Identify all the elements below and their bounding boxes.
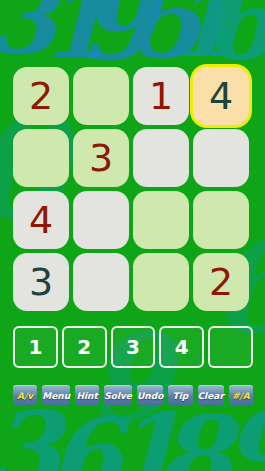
cell-r3c4[interactable] <box>193 191 249 249</box>
cell-r2c3[interactable] <box>133 129 189 187</box>
toggle-number-letter-button[interactable]: #/A <box>229 385 253 405</box>
cell-value: 2 <box>209 260 233 304</box>
cell-r3c2[interactable] <box>73 191 129 249</box>
cell-r4c4[interactable]: 2 <box>193 253 249 311</box>
cell-value: 1 <box>149 74 173 118</box>
background-digit: 1 <box>42 0 108 71</box>
cell-r4c2[interactable] <box>73 253 129 311</box>
cell-r4c1[interactable]: 3 <box>13 253 69 311</box>
cell-value: 4 <box>29 198 53 242</box>
cell-r2c2[interactable]: 3 <box>73 129 129 187</box>
number-keypad: 1 2 3 4 <box>13 326 253 368</box>
cell-value: 4 <box>209 74 233 118</box>
keypad-button-2[interactable]: 2 <box>62 326 107 368</box>
cell-r1c4-selected[interactable]: 4 <box>193 67 249 125</box>
keypad-button-4[interactable]: 4 <box>159 326 204 368</box>
cell-value: 3 <box>89 136 113 180</box>
background-digit: 1 <box>112 400 182 471</box>
clear-button[interactable]: Clear <box>198 385 224 405</box>
hint-button[interactable]: Hint <box>75 385 99 405</box>
cell-r2c4[interactable] <box>193 129 249 187</box>
tip-button[interactable]: Tip <box>168 385 192 405</box>
toggle-av-button[interactable]: A/v <box>13 385 37 405</box>
cell-r1c2[interactable] <box>73 67 129 125</box>
keypad-button-1[interactable]: 1 <box>13 326 58 368</box>
background-digit: 8 <box>155 402 232 471</box>
background-digit: 3 <box>0 398 61 471</box>
menu-button[interactable]: Menu <box>42 385 70 405</box>
background-digit: 9 <box>222 398 265 471</box>
undo-button[interactable]: Undo <box>137 385 163 405</box>
cell-value: 3 <box>29 260 53 304</box>
keypad-button-blank[interactable] <box>208 326 253 368</box>
cell-r3c1[interactable]: 4 <box>13 191 69 249</box>
cell-r1c1[interactable]: 2 <box>13 67 69 125</box>
toolbar: A/v Menu Hint Solve Undo Tip Clear #/A <box>13 385 253 405</box>
background-digit: 6 <box>202 0 265 75</box>
cell-r4c3[interactable] <box>133 253 189 311</box>
cell-r3c3[interactable] <box>133 191 189 249</box>
background-digit: 9 <box>78 0 155 76</box>
background-digit: 1 <box>170 0 234 70</box>
background-digit: 3 <box>0 0 56 67</box>
background-digit: 5 <box>132 0 202 72</box>
keypad-button-3[interactable]: 3 <box>111 326 156 368</box>
sudoku-board: 2 1 4 3 4 3 2 <box>13 67 249 311</box>
cell-r2c1[interactable] <box>13 129 69 187</box>
cell-value: 2 <box>29 74 53 118</box>
cell-r1c3[interactable]: 1 <box>133 67 189 125</box>
background-digit: 6 <box>48 405 121 471</box>
solve-button[interactable]: Solve <box>104 385 132 405</box>
